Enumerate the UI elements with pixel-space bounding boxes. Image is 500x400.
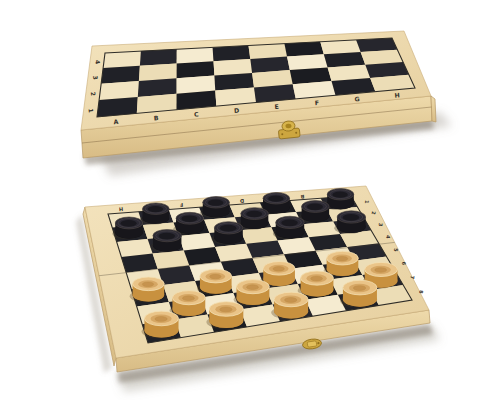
checkers-set-photo: ABCDEFGH4321 HGFEDCBA12345678 xyxy=(0,0,500,400)
light-checker-e1 xyxy=(271,292,308,319)
square-a4 xyxy=(103,51,141,68)
coordinate-label: D xyxy=(234,106,240,113)
light-checker-a3 xyxy=(130,277,165,302)
dark-checker-b8 xyxy=(140,203,169,224)
coordinate-label: H xyxy=(119,206,124,212)
square-a3 xyxy=(101,66,140,84)
square-d3 xyxy=(214,59,253,76)
light-checker-b2 xyxy=(170,291,206,317)
coordinate-label: G xyxy=(354,95,360,102)
light-checker-a1 xyxy=(142,311,179,338)
square-b2 xyxy=(138,78,177,97)
coordinate-label: 1 xyxy=(87,108,94,113)
square-g4 xyxy=(320,40,360,54)
wood-side-face xyxy=(431,96,436,122)
dark-checker-d6 xyxy=(212,222,243,245)
coordinate-label: 2 xyxy=(90,91,97,96)
square-g3 xyxy=(324,52,366,67)
light-checker-c3 xyxy=(197,269,232,294)
coordinate-label: F xyxy=(180,202,184,208)
coordinate-label: B xyxy=(300,194,304,200)
square-e3 xyxy=(250,57,289,73)
dark-checker-d8 xyxy=(200,197,229,218)
coordinate-label: 4 xyxy=(94,60,101,65)
coordinate-label: H xyxy=(394,91,400,98)
checkers-scene: ABCDEFGH4321 HGFEDCBA12345678 xyxy=(0,0,500,400)
coordinate-label: A xyxy=(113,118,119,125)
dark-checker-g7 xyxy=(299,201,329,223)
coordinate-label: B xyxy=(154,114,160,121)
dark-checker-b6 xyxy=(150,230,181,253)
square-e4 xyxy=(249,44,288,59)
square-b4 xyxy=(140,49,177,66)
dark-checker-a7 xyxy=(112,217,142,239)
square-b3 xyxy=(139,64,177,82)
light-checker-g1 xyxy=(340,280,377,307)
square-d4 xyxy=(213,46,251,62)
square-c3 xyxy=(177,61,215,78)
light-checker-c1 xyxy=(206,302,243,329)
coordinate-label: 3 xyxy=(92,75,99,80)
square-f3 xyxy=(287,54,328,70)
dark-checker-h6 xyxy=(334,211,365,234)
square-a2 xyxy=(99,81,139,100)
light-checker-d2 xyxy=(234,280,270,306)
square-c4 xyxy=(177,47,214,63)
coordinate-label: F xyxy=(314,99,319,106)
light-checker-f2 xyxy=(298,271,334,297)
coordinate-label: E xyxy=(274,103,279,110)
square-f4 xyxy=(284,42,323,57)
dark-checker-f6 xyxy=(273,216,304,239)
coordinate-label: D xyxy=(240,198,245,204)
square-c2 xyxy=(177,76,216,94)
